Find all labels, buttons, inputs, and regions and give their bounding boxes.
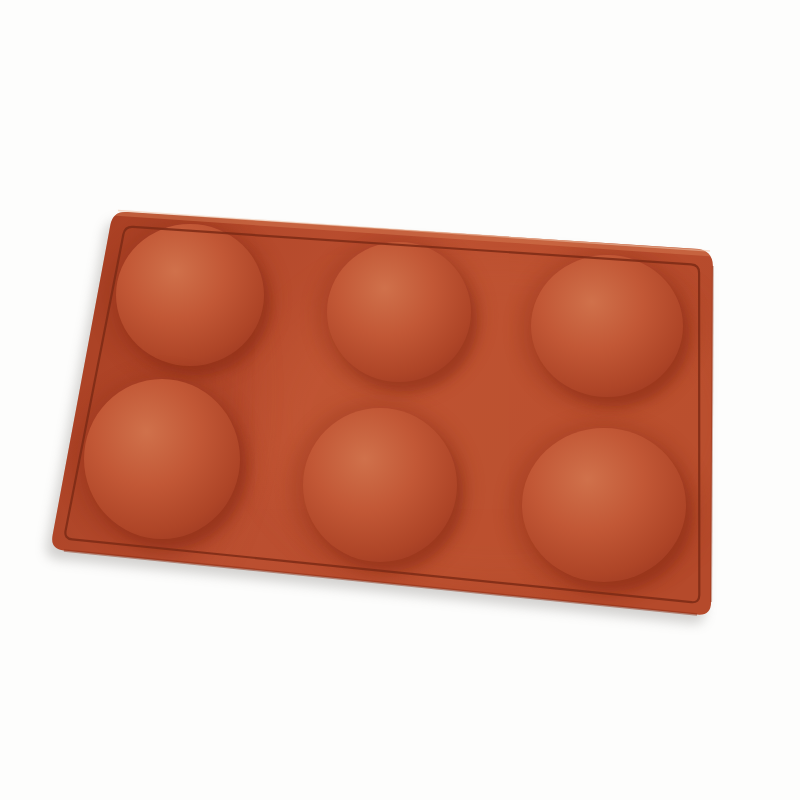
product-photo	[0, 0, 800, 800]
cavity-bump	[508, 420, 700, 598]
cavity-bump	[71, 371, 253, 555]
bump-dome	[327, 242, 471, 382]
cavity-bump	[518, 248, 696, 412]
cavity-bump	[290, 400, 470, 578]
bump-dome	[522, 428, 686, 582]
bump-dome	[116, 224, 264, 366]
bump-dome	[531, 255, 683, 397]
cavity-bump	[103, 217, 277, 381]
bump-dome	[84, 379, 240, 539]
bump-dome	[303, 408, 457, 562]
cavity-bump	[315, 235, 483, 397]
product-photo-canvas	[0, 0, 800, 800]
